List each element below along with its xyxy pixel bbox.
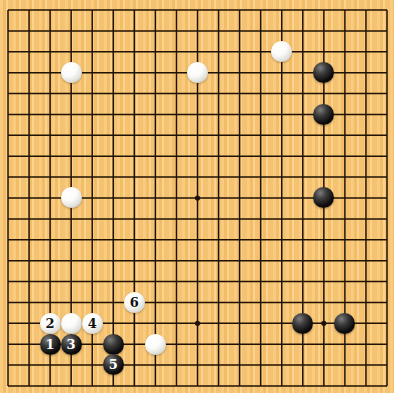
move-number-label: 5 [109, 358, 118, 371]
move-number-label: 2 [46, 317, 55, 330]
stone-white-C4[interactable]: 2 [40, 313, 61, 334]
stones-layer: 624135 [0, 0, 394, 393]
stone-white-D10[interactable] [61, 187, 82, 208]
stone-black-Q16[interactable] [313, 62, 334, 83]
stone-white-D4[interactable] [61, 313, 82, 334]
move-number-label: 3 [67, 338, 76, 351]
stone-white-G5[interactable]: 6 [124, 292, 145, 313]
go-board[interactable]: 624135 [0, 0, 394, 393]
stone-white-E4[interactable]: 4 [82, 313, 103, 334]
move-number-label: 1 [46, 338, 55, 351]
stone-black-Q14[interactable] [313, 104, 334, 125]
stone-black-F3[interactable] [103, 334, 124, 355]
stone-black-C3[interactable]: 1 [40, 334, 61, 355]
stone-white-O17[interactable] [271, 41, 292, 62]
stone-black-R4[interactable] [334, 313, 355, 334]
stone-black-F2[interactable]: 5 [103, 354, 124, 375]
move-number-label: 4 [88, 317, 97, 330]
stone-white-K16[interactable] [187, 62, 208, 83]
stone-black-P4[interactable] [292, 313, 313, 334]
move-number-label: 6 [130, 296, 139, 309]
stone-white-H3[interactable] [145, 334, 166, 355]
stone-black-Q10[interactable] [313, 187, 334, 208]
stone-black-D3[interactable]: 3 [61, 334, 82, 355]
stone-white-D16[interactable] [61, 62, 82, 83]
